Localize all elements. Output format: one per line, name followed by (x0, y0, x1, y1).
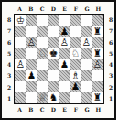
square-a8[interactable]: ♔ (15, 15, 26, 26)
file-label-d: D (48, 5, 59, 13)
square-b3[interactable]: ♟ (26, 70, 37, 81)
piece-white-knight[interactable]: ♘ (71, 48, 80, 59)
square-e1[interactable] (59, 92, 70, 103)
file-label-f: F (70, 5, 81, 13)
piece-black-pawn[interactable]: ♟ (71, 81, 80, 92)
square-h7[interactable]: ♜ (92, 26, 103, 37)
rank-labels-left: 87654321 (5, 14, 13, 104)
rank-label-3: 3 (107, 70, 115, 81)
square-a4[interactable]: ♙ (15, 59, 26, 70)
rank-label-7: 7 (107, 25, 115, 36)
square-c4[interactable] (37, 59, 48, 70)
rank-label-1: 1 (5, 93, 13, 104)
square-c3[interactable] (37, 70, 48, 81)
file-label-d: D (48, 106, 59, 114)
rank-label-4: 4 (5, 59, 13, 70)
piece-white-queen[interactable]: ♕ (38, 92, 47, 103)
square-d4[interactable] (48, 59, 59, 70)
file-label-c: C (37, 106, 48, 114)
piece-black-rook[interactable]: ♜ (93, 26, 102, 37)
square-g6[interactable]: ♙ (81, 37, 92, 48)
square-e3[interactable] (59, 70, 70, 81)
square-c8[interactable] (37, 15, 48, 26)
square-e2[interactable] (59, 81, 70, 92)
file-label-e: E (59, 5, 70, 13)
file-labels-bottom: ABCDEFGH (14, 106, 104, 114)
piece-white-king[interactable]: ♔ (16, 15, 25, 26)
rank-label-7: 7 (5, 25, 13, 36)
piece-white-bishop[interactable]: ♗ (71, 70, 80, 81)
square-e4[interactable]: ♟ (59, 59, 70, 70)
file-label-a: A (14, 106, 25, 114)
file-label-h: H (93, 106, 104, 114)
rank-label-2: 2 (107, 82, 115, 93)
square-a3[interactable] (15, 70, 26, 81)
piece-black-rook[interactable]: ♜ (93, 48, 102, 59)
rank-label-6: 6 (107, 37, 115, 48)
square-b5[interactable] (26, 48, 37, 59)
square-h3[interactable] (92, 70, 103, 81)
square-b2[interactable] (26, 81, 37, 92)
piece-black-pawn[interactable]: ♟ (60, 59, 69, 70)
file-label-g: G (82, 5, 93, 13)
rank-label-5: 5 (107, 48, 115, 59)
rank-label-8: 8 (5, 14, 13, 25)
rank-label-4: 4 (107, 59, 115, 70)
square-f8[interactable] (70, 15, 81, 26)
square-g1[interactable] (81, 92, 92, 103)
rank-label-8: 8 (107, 14, 115, 25)
chess-board: ♔♟♜♙♙♙♘♚♘♜♙♟♙♟♗♟♕♞♜ (14, 14, 104, 104)
piece-black-pawn[interactable]: ♟ (27, 70, 36, 81)
square-d5[interactable]: ♚ (48, 48, 59, 59)
square-a6[interactable] (15, 37, 26, 48)
file-label-f: F (70, 106, 81, 114)
piece-white-pawn[interactable]: ♙ (60, 37, 69, 48)
piece-black-king[interactable]: ♚ (49, 48, 58, 59)
file-label-e: E (59, 106, 70, 114)
file-label-b: B (25, 106, 36, 114)
square-f1[interactable] (70, 92, 81, 103)
square-e6[interactable]: ♙ (59, 37, 70, 48)
piece-white-pawn[interactable]: ♙ (82, 37, 91, 48)
square-a7[interactable] (15, 26, 26, 37)
square-f2[interactable]: ♟ (70, 81, 81, 92)
piece-white-pawn[interactable]: ♙ (16, 59, 25, 70)
square-c1[interactable]: ♕ (37, 92, 48, 103)
square-c5[interactable]: ♘ (37, 48, 48, 59)
file-label-b: B (25, 5, 36, 13)
square-d7[interactable] (48, 26, 59, 37)
square-d3[interactable] (48, 70, 59, 81)
file-labels-top: ABCDEFGH (14, 5, 104, 13)
square-d8[interactable] (48, 15, 59, 26)
piece-black-rook[interactable]: ♜ (93, 92, 102, 103)
square-b6[interactable]: ♙ (26, 37, 37, 48)
rank-label-2: 2 (5, 82, 13, 93)
square-a2[interactable] (15, 81, 26, 92)
piece-white-pawn[interactable]: ♙ (93, 59, 102, 70)
square-a1[interactable] (15, 92, 26, 103)
square-c7[interactable] (37, 26, 48, 37)
square-f7[interactable] (70, 26, 81, 37)
square-g4[interactable] (81, 59, 92, 70)
piece-white-knight[interactable]: ♘ (38, 48, 47, 59)
rank-label-6: 6 (5, 37, 13, 48)
file-label-h: H (93, 5, 104, 13)
square-h1[interactable]: ♜ (92, 92, 103, 103)
square-g3[interactable] (81, 70, 92, 81)
square-f5[interactable]: ♘ (70, 48, 81, 59)
square-b8[interactable] (26, 15, 37, 26)
file-label-a: A (14, 5, 25, 13)
rank-label-5: 5 (5, 48, 13, 59)
rank-label-3: 3 (5, 70, 13, 81)
square-g8[interactable] (81, 15, 92, 26)
file-label-g: G (82, 106, 93, 114)
piece-black-knight[interactable]: ♞ (49, 92, 58, 103)
square-b1[interactable] (26, 92, 37, 103)
square-d1[interactable]: ♞ (48, 92, 59, 103)
rank-labels-right: 87654321 (107, 14, 115, 104)
square-h4[interactable]: ♙ (92, 59, 103, 70)
file-label-c: C (37, 5, 48, 13)
rank-label-1: 1 (107, 93, 115, 104)
square-g2[interactable] (81, 81, 92, 92)
piece-black-pawn[interactable]: ♟ (60, 26, 69, 37)
square-g5[interactable] (81, 48, 92, 59)
piece-white-pawn[interactable]: ♙ (27, 37, 36, 48)
chess-diagram: ABCDEFGH 87654321 ♔♟♜♙♙♙♘♚♘♜♙♟♙♟♗♟♕♞♜ 87… (0, 0, 116, 120)
